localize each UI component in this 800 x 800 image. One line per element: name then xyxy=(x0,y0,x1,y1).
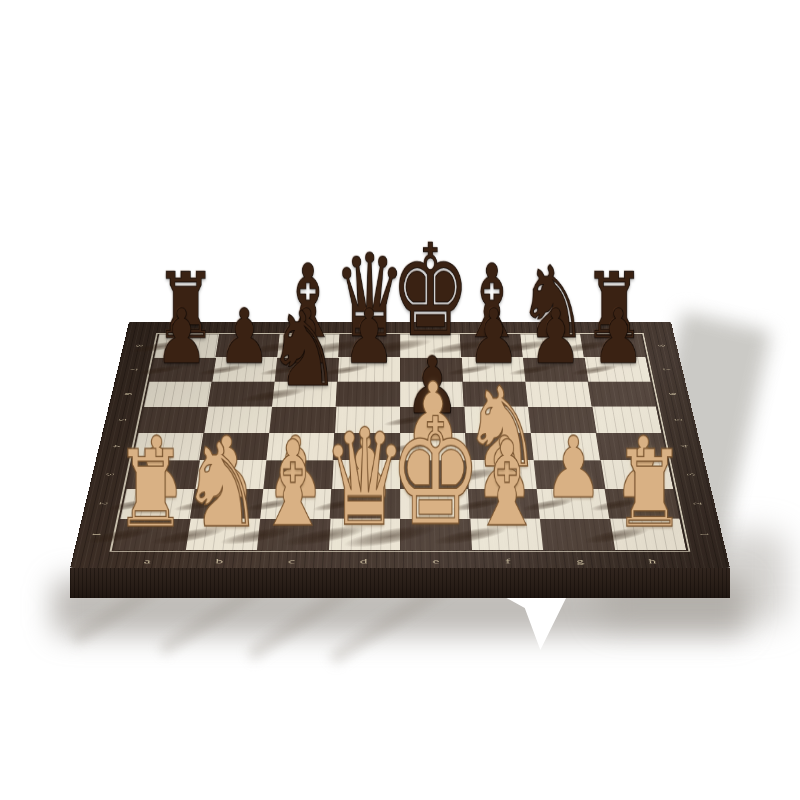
rank-label-left-4: 4 xyxy=(108,445,122,447)
piece-black-pawn-b7[interactable]: ♟ xyxy=(218,299,271,375)
rank-label-left-6: 6 xyxy=(121,393,135,395)
piece-black-knight-c6[interactable]: ♞ xyxy=(267,298,341,402)
file-label-b: b xyxy=(215,558,224,566)
product-photo: abcdefgh1122334455667788 ♜♝♛♚♝♞♜♟♟♟♟♟♟♟♞… xyxy=(0,0,800,800)
rank-label-right-4: 4 xyxy=(677,445,691,447)
piece-white-bishop-c1[interactable]: ♝ xyxy=(256,426,330,544)
file-label-e: e xyxy=(432,558,439,566)
piece-black-pawn-a7[interactable]: ♟ xyxy=(155,299,208,375)
rank-label-left-1: 1 xyxy=(88,533,103,536)
piece-white-rook-a1[interactable]: ♜ xyxy=(115,437,187,543)
rank-label-left-5: 5 xyxy=(115,419,129,421)
file-label-c: c xyxy=(288,558,296,566)
rank-label-right-1: 1 xyxy=(697,533,712,536)
scene: abcdefgh1122334455667788 ♜♝♛♚♝♞♜♟♟♟♟♟♟♟♞… xyxy=(70,0,730,568)
board-front-edge xyxy=(70,568,730,598)
rank-label-left-7: 7 xyxy=(126,368,139,370)
piece-white-pawn-g2[interactable]: ♟ xyxy=(544,426,603,510)
rank-label-left-3: 3 xyxy=(102,473,117,475)
rank-label-right-2: 2 xyxy=(690,502,705,504)
file-label-d: d xyxy=(360,558,368,566)
file-label-g: g xyxy=(576,558,585,566)
rank-label-right-7: 7 xyxy=(660,368,673,370)
rank-label-right-5: 5 xyxy=(671,419,685,421)
rank-label-right-6: 6 xyxy=(666,393,680,395)
piece-white-king-e1[interactable]: ♚ xyxy=(389,398,482,546)
piece-white-rook-h1[interactable]: ♜ xyxy=(613,437,685,543)
piece-black-pawn-d7[interactable]: ♟ xyxy=(342,299,395,375)
piece-black-pawn-h7[interactable]: ♟ xyxy=(592,299,645,375)
rank-label-right-3: 3 xyxy=(684,473,699,475)
file-label-a: a xyxy=(143,558,152,566)
rank-label-right-8: 8 xyxy=(655,345,668,347)
rank-label-left-8: 8 xyxy=(132,345,145,347)
file-label-h: h xyxy=(648,558,657,566)
file-label-f: f xyxy=(505,558,511,566)
rank-label-left-2: 2 xyxy=(95,502,110,504)
piece-white-knight-b1[interactable]: ♞ xyxy=(180,428,263,544)
board-plane[interactable]: abcdefgh1122334455667788 ♜♝♛♚♝♞♜♟♟♟♟♟♟♟♞… xyxy=(70,322,730,568)
piece-black-king-e8[interactable]: ♚ xyxy=(391,228,471,355)
